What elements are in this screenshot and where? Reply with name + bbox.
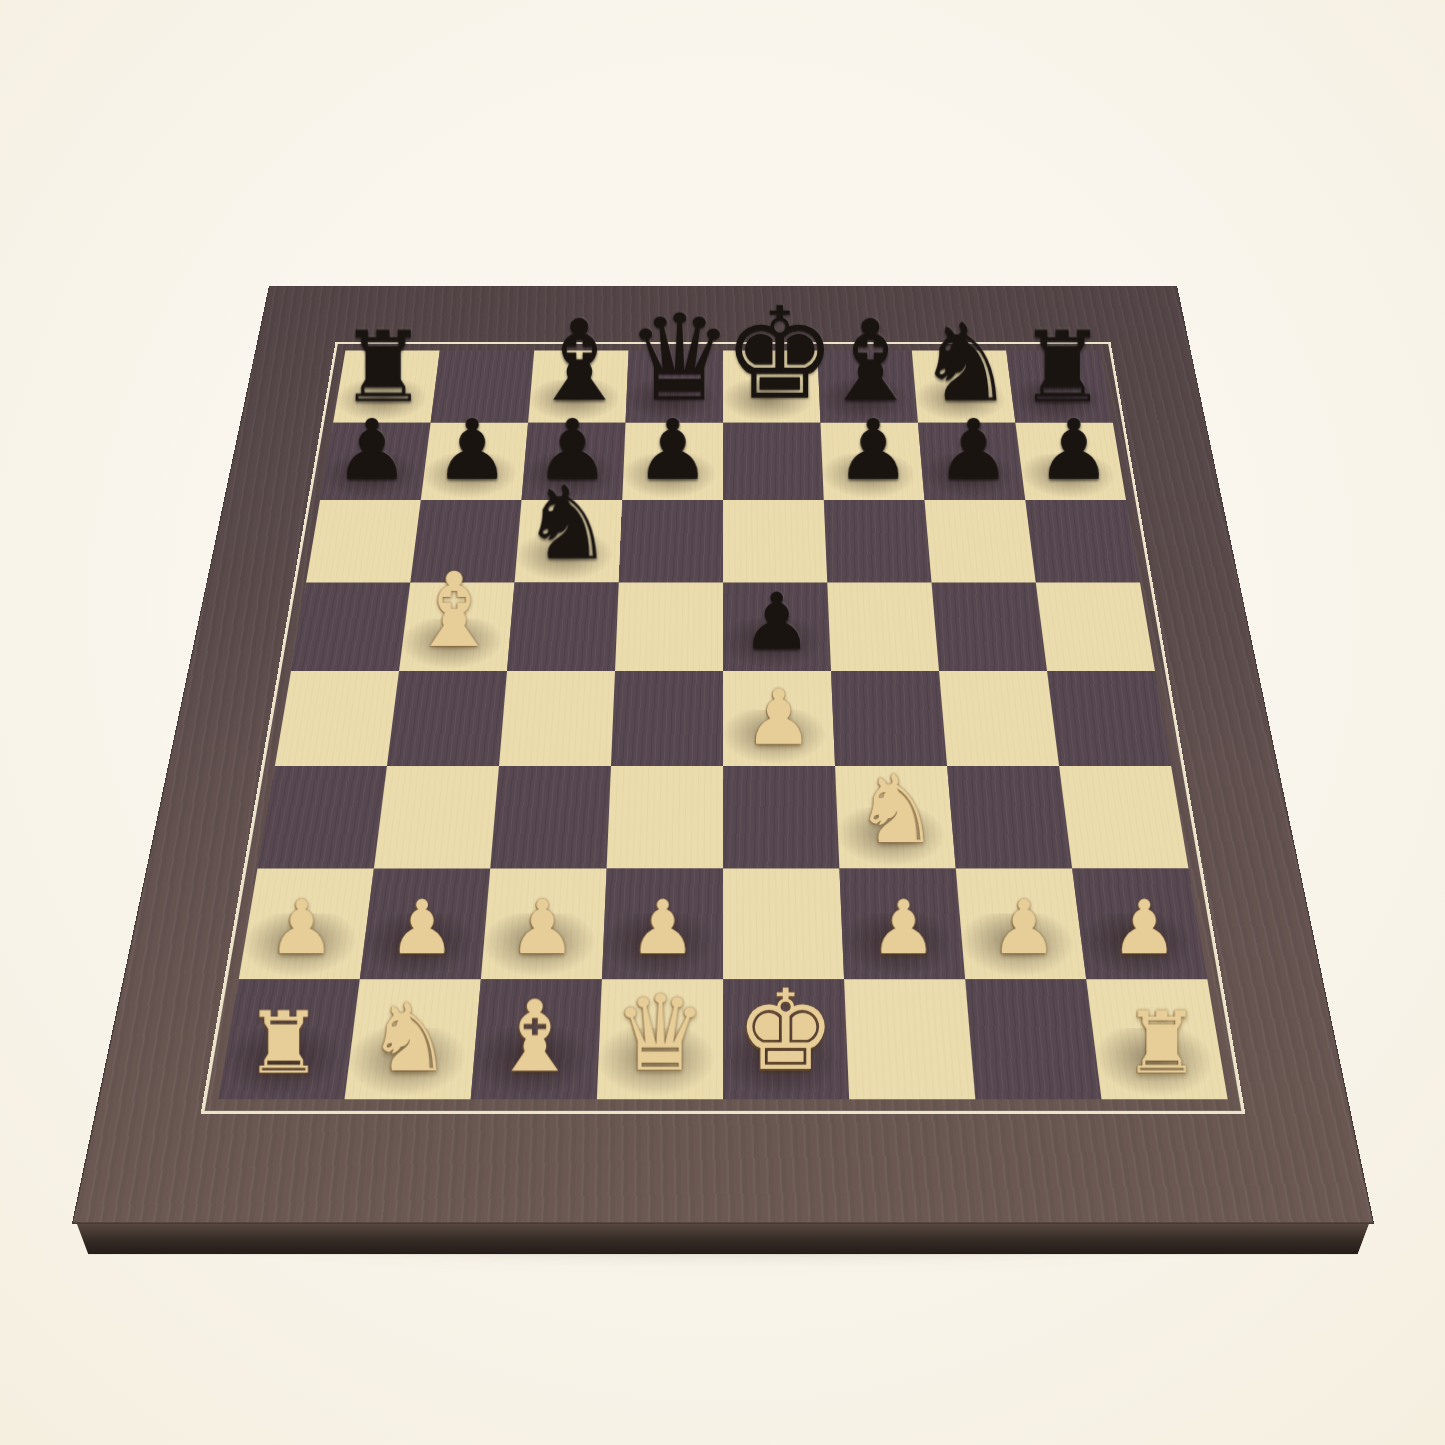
white-pawn[interactable]: ♟ [963, 894, 1083, 963]
square-a4[interactable] [274, 671, 398, 766]
square-h5[interactable] [1035, 582, 1154, 670]
board-grid: ♜♝♛♚♝♞♜♟♟♟♟♟♟♟♞♝♟♟♞♟♟♟♟♟♟♟♜♞♝♛♚♜ [218, 350, 1227, 1099]
square-g2[interactable]: ♟ [955, 868, 1085, 979]
white-pawn[interactable]: ♟ [482, 894, 602, 963]
board-pinstripe: ♜♝♛♚♝♞♜♟♟♟♟♟♟♟♞♝♟♟♞♟♟♟♟♟♟♟♜♞♝♛♚♜ [200, 342, 1245, 1114]
white-pawn[interactable]: ♟ [843, 894, 963, 963]
black-pawn[interactable]: ♟ [723, 585, 830, 657]
black-pawn[interactable]: ♟ [923, 412, 1023, 489]
square-e7[interactable] [723, 422, 824, 499]
square-a5[interactable] [291, 582, 410, 670]
white-queen[interactable]: ♛ [597, 985, 722, 1081]
white-pawn[interactable]: ♟ [1084, 894, 1204, 963]
white-bishop[interactable]: ♝ [400, 563, 507, 658]
square-b1[interactable]: ♞ [344, 979, 480, 1099]
square-e5[interactable]: ♟ [723, 582, 831, 670]
square-d4[interactable] [610, 671, 722, 766]
square-c5[interactable] [507, 582, 619, 670]
square-e4[interactable]: ♟ [723, 671, 835, 766]
square-d3[interactable] [606, 766, 722, 868]
square-e3[interactable] [723, 766, 839, 868]
square-b7[interactable]: ♟ [420, 422, 527, 499]
black-pawn[interactable]: ♟ [321, 412, 421, 489]
white-king[interactable]: ♚ [723, 979, 848, 1082]
square-d5[interactable] [615, 582, 723, 670]
square-b3[interactable] [373, 766, 498, 868]
square-f7[interactable]: ♟ [820, 422, 924, 499]
square-d7[interactable]: ♟ [622, 422, 723, 499]
white-knight[interactable]: ♞ [838, 766, 954, 853]
square-f2[interactable]: ♟ [839, 868, 965, 979]
square-d6[interactable] [618, 499, 722, 582]
black-bishop[interactable]: ♝ [820, 309, 917, 412]
white-pawn[interactable]: ♟ [602, 894, 722, 963]
black-bishop[interactable]: ♝ [528, 309, 625, 412]
board-frame: ♜♝♛♚♝♞♜♟♟♟♟♟♟♟♞♝♟♟♞♟♟♟♟♟♟♟♜♞♝♛♚♜ [71, 285, 1373, 1223]
square-f1[interactable] [844, 979, 975, 1099]
black-pawn[interactable]: ♟ [622, 412, 722, 489]
black-king[interactable]: ♚ [723, 295, 820, 412]
black-rook[interactable]: ♜ [334, 322, 431, 412]
black-pawn[interactable]: ♟ [1023, 412, 1123, 489]
square-b4[interactable] [386, 671, 506, 766]
white-pawn[interactable]: ♟ [723, 682, 834, 752]
photo-background: ♜♝♛♚♝♞♜♟♟♟♟♟♟♟♞♝♟♟♞♟♟♟♟♟♟♟♜♞♝♛♚♜ [0, 0, 1445, 1445]
square-e6[interactable] [723, 499, 827, 582]
square-g4[interactable] [939, 671, 1059, 766]
white-knight[interactable]: ♞ [346, 995, 471, 1082]
square-f5[interactable] [827, 582, 939, 670]
square-d2[interactable]: ♟ [601, 868, 722, 979]
black-knight[interactable]: ♞ [515, 476, 619, 570]
square-g6[interactable] [924, 499, 1035, 582]
black-knight[interactable]: ♞ [917, 313, 1014, 412]
square-f3[interactable]: ♞ [835, 766, 956, 868]
white-bishop[interactable]: ♝ [472, 991, 597, 1082]
square-c3[interactable] [490, 766, 611, 868]
white-rook[interactable]: ♜ [1099, 1002, 1224, 1081]
square-h7[interactable]: ♟ [1015, 422, 1126, 499]
black-rook[interactable]: ♜ [1014, 322, 1111, 412]
square-a7[interactable]: ♟ [320, 422, 431, 499]
black-pawn[interactable]: ♟ [823, 412, 923, 489]
black-queen[interactable]: ♛ [625, 302, 722, 412]
square-c4[interactable] [498, 671, 614, 766]
square-e8[interactable]: ♚ [723, 350, 820, 422]
square-e2[interactable] [723, 868, 844, 979]
square-f4[interactable] [831, 671, 947, 766]
white-rook[interactable]: ♜ [221, 1002, 346, 1081]
square-a1[interactable]: ♜ [218, 979, 359, 1099]
white-pawn[interactable]: ♟ [241, 894, 361, 963]
square-e1[interactable]: ♚ [723, 979, 849, 1099]
square-a2[interactable]: ♟ [238, 868, 373, 979]
white-pawn[interactable]: ♟ [361, 894, 481, 963]
square-c1[interactable]: ♝ [470, 979, 601, 1099]
square-h1[interactable]: ♜ [1086, 979, 1227, 1099]
square-f6[interactable] [823, 499, 931, 582]
scene: ♜♝♛♚♝♞♜♟♟♟♟♟♟♟♞♝♟♟♞♟♟♟♟♟♟♟♜♞♝♛♚♜ [0, 0, 1445, 1445]
chess-board: ♜♝♛♚♝♞♜♟♟♟♟♟♟♟♞♝♟♟♞♟♟♟♟♟♟♟♜♞♝♛♚♜ [71, 285, 1373, 1223]
square-g7[interactable]: ♟ [917, 422, 1024, 499]
square-h3[interactable] [1059, 766, 1188, 868]
square-b2[interactable]: ♟ [359, 868, 489, 979]
square-a3[interactable] [257, 766, 386, 868]
square-c2[interactable]: ♟ [480, 868, 606, 979]
square-c6[interactable]: ♞ [514, 499, 622, 582]
square-h4[interactable] [1047, 671, 1171, 766]
board-edge [76, 1223, 1368, 1254]
square-d1[interactable]: ♛ [596, 979, 722, 1099]
square-b5[interactable]: ♝ [399, 582, 515, 670]
square-h2[interactable]: ♟ [1072, 868, 1207, 979]
square-g1[interactable] [965, 979, 1101, 1099]
square-h6[interactable] [1025, 499, 1140, 582]
black-pawn[interactable]: ♟ [422, 412, 522, 489]
square-g5[interactable] [931, 582, 1047, 670]
square-g3[interactable] [947, 766, 1072, 868]
